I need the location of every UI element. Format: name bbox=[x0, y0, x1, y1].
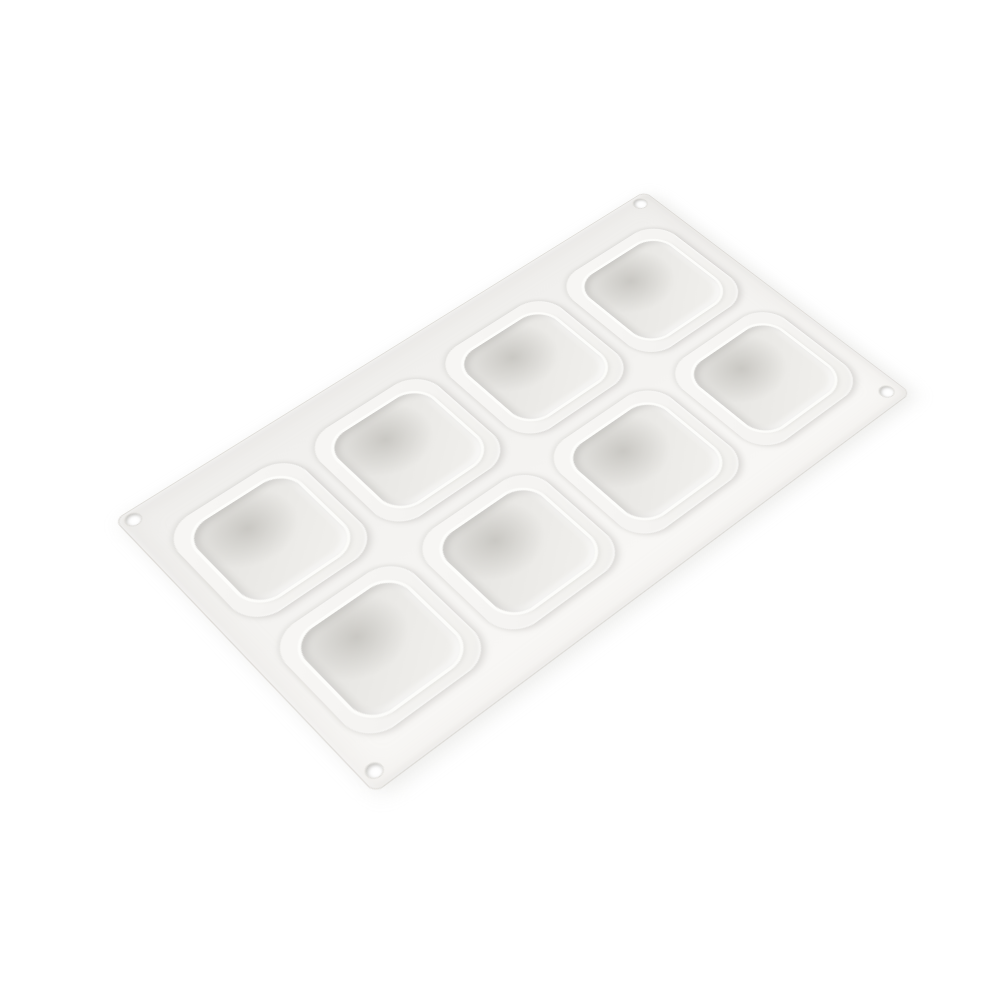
photo-stage bbox=[0, 0, 1000, 1000]
corner-hole-3 bbox=[362, 760, 385, 780]
corner-hole-2 bbox=[630, 197, 648, 210]
cavity-well bbox=[574, 234, 730, 346]
corner-hole-4 bbox=[876, 384, 896, 399]
cavity-well bbox=[290, 573, 472, 725]
cavity-well bbox=[431, 482, 606, 622]
cavity-well bbox=[683, 318, 845, 439]
cavity-well bbox=[562, 397, 730, 527]
cavity-well bbox=[183, 470, 358, 610]
silicone-mold bbox=[114, 191, 911, 794]
cavity-well bbox=[324, 385, 492, 514]
cavity-well bbox=[454, 307, 616, 427]
corner-hole-1 bbox=[122, 511, 143, 528]
